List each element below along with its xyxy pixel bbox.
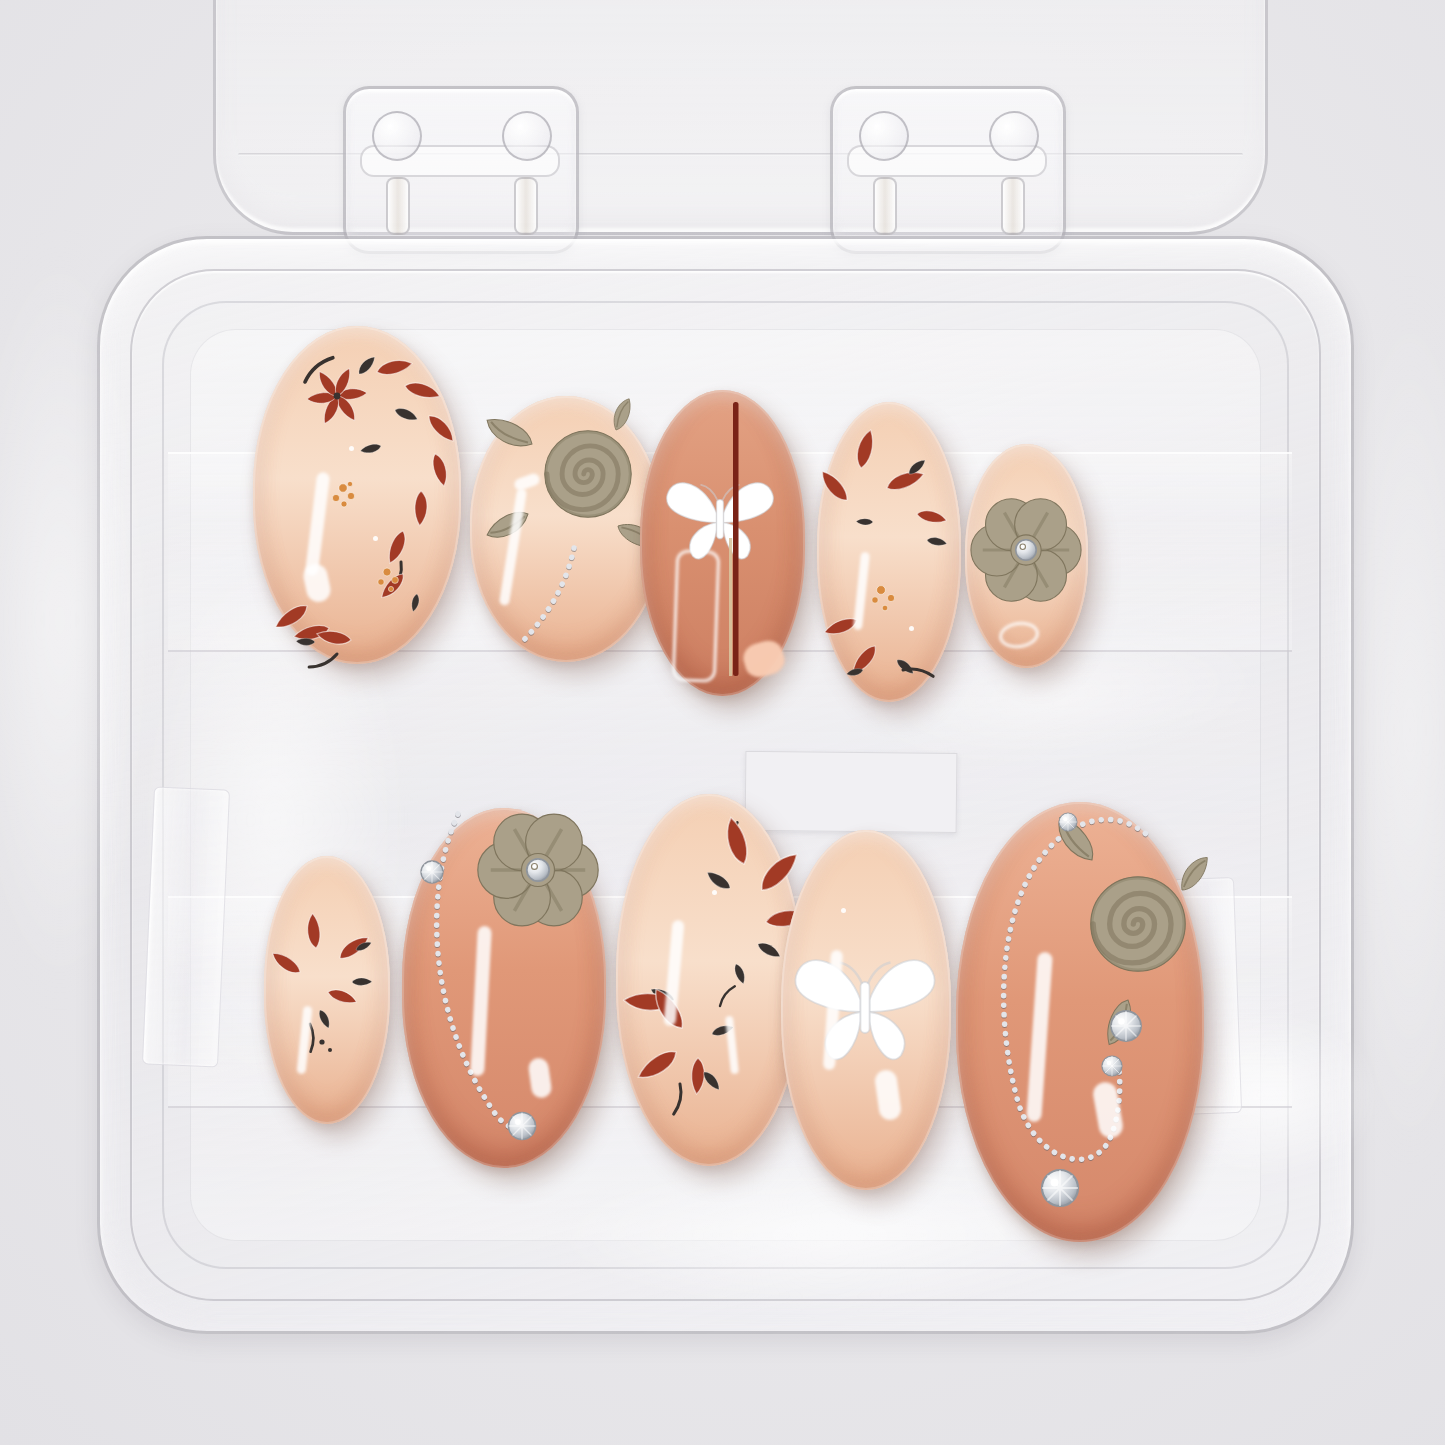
case-hinge-right [830,86,1066,254]
film-tab-left [142,786,230,1067]
maroon-pinstripe [733,402,739,676]
flower-art [965,444,1088,668]
leaf-spray-art [264,856,390,1124]
bead-chain [520,548,574,644]
rose-leaf [482,410,535,456]
nail-top-1 [253,326,461,664]
butterfly-art-wrap [781,830,951,1190]
nail-bottom-3 [616,794,802,1166]
nail-bottom-1 [264,856,390,1124]
nail-top-5 [965,444,1088,668]
nail-top-4 [817,402,961,702]
hinge-knob-icon [372,111,422,161]
butterfly-stripe-art [640,390,805,696]
berry-dots [332,481,398,591]
rose-leaf [608,396,637,432]
hinge-pin [873,177,897,235]
nail-bottom-4 [781,830,951,1190]
hinge-pin [514,177,538,235]
nail-bottom-2 [402,808,606,1168]
star-flower [307,366,367,425]
rhinestone [1042,1170,1078,1206]
hinge-knob-icon [989,111,1039,161]
rhinestone [1102,1056,1122,1076]
bead-chain [1004,819,1146,1159]
butterfly-art [795,960,934,1059]
flower-3d [478,814,598,926]
photo-stage [0,0,1445,1445]
rose-3d [1091,877,1185,971]
hinge-knob-icon [859,111,909,161]
glitter-dot [349,446,354,451]
rhinestone [509,1113,536,1140]
leaf-art [817,402,961,702]
flower-3d [971,499,1081,601]
rose-chain-gem-art [956,802,1204,1242]
glitter-dot [909,626,914,631]
nail-bottom-5 [956,802,1204,1242]
hinge-pin [386,177,410,235]
butterfly-art [667,483,774,559]
rhinestone [1111,1011,1141,1041]
glitter-dot [712,890,717,895]
glitter-dot [373,536,378,541]
gold-pinstripe [729,538,732,676]
berry-dots [872,586,895,611]
rhinestone [421,861,443,883]
glitter-dot [841,908,846,913]
hinge-knob-icon [502,111,552,161]
rose-leaf [483,508,532,541]
rose-3d [545,431,631,517]
rhinestone [1059,813,1077,831]
hinge-pin [1001,177,1025,235]
nail-top-3 [640,390,805,696]
rose-chain-art [470,396,662,662]
glare-highlight [1340,280,1445,1180]
nail-top-2 [470,396,662,662]
case-hinge-left [343,86,579,254]
flower-chain-art [402,808,606,1168]
leaf-clusters-art [616,794,802,1166]
leaf-vine-art [253,326,461,664]
